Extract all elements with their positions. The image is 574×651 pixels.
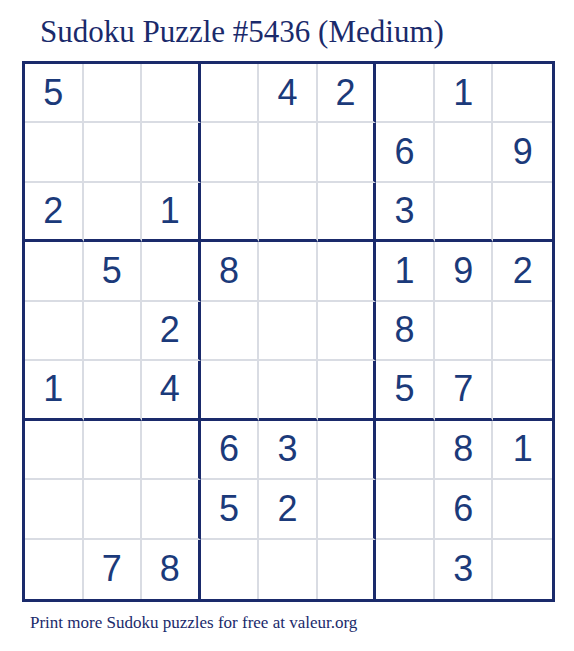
sudoku-board: 542169213581922814576381526783: [22, 61, 555, 602]
cell-r8c2[interactable]: [84, 480, 143, 539]
cell-r7c8[interactable]: 8: [435, 421, 494, 480]
cell-r4c4[interactable]: 8: [201, 242, 260, 301]
cell-r7c1[interactable]: [25, 421, 84, 480]
page-title: Sudoku Puzzle #5436 (Medium): [40, 14, 444, 50]
cell-r5c6[interactable]: [318, 302, 377, 361]
cell-r2c8[interactable]: [435, 123, 494, 182]
cell-r1c1[interactable]: 5: [25, 64, 84, 123]
cell-r5c1[interactable]: [25, 302, 84, 361]
cell-r2c4[interactable]: [201, 123, 260, 182]
cell-r6c7[interactable]: 5: [376, 361, 435, 420]
cell-r3c5[interactable]: [259, 183, 318, 242]
cell-r1c6[interactable]: 2: [318, 64, 377, 123]
cell-r3c9[interactable]: [493, 183, 552, 242]
cell-r8c9[interactable]: [493, 480, 552, 539]
cell-r5c2[interactable]: [84, 302, 143, 361]
cell-r6c8[interactable]: 7: [435, 361, 494, 420]
cell-r2c7[interactable]: 6: [376, 123, 435, 182]
footer-note: Print more Sudoku puzzles for free at va…: [30, 613, 357, 633]
cell-r8c6[interactable]: [318, 480, 377, 539]
cell-r8c7[interactable]: [376, 480, 435, 539]
cell-r7c5[interactable]: 3: [259, 421, 318, 480]
cell-r8c5[interactable]: 2: [259, 480, 318, 539]
cell-r7c3[interactable]: [142, 421, 201, 480]
cell-r6c9[interactable]: [493, 361, 552, 420]
cell-r7c2[interactable]: [84, 421, 143, 480]
cell-r5c3[interactable]: 2: [142, 302, 201, 361]
cell-r2c9[interactable]: 9: [493, 123, 552, 182]
cell-r1c8[interactable]: 1: [435, 64, 494, 123]
cell-r6c1[interactable]: 1: [25, 361, 84, 420]
cell-r7c9[interactable]: 1: [493, 421, 552, 480]
cell-r9c4[interactable]: [201, 540, 260, 599]
cell-r4c3[interactable]: [142, 242, 201, 301]
cell-r8c8[interactable]: 6: [435, 480, 494, 539]
cell-r3c7[interactable]: 3: [376, 183, 435, 242]
cell-r5c9[interactable]: [493, 302, 552, 361]
cell-r3c2[interactable]: [84, 183, 143, 242]
cell-r3c1[interactable]: 2: [25, 183, 84, 242]
cell-r9c8[interactable]: 3: [435, 540, 494, 599]
sudoku-page: Sudoku Puzzle #5436 (Medium) 54216921358…: [0, 0, 574, 651]
cell-r1c9[interactable]: [493, 64, 552, 123]
cell-r7c6[interactable]: [318, 421, 377, 480]
cell-r5c5[interactable]: [259, 302, 318, 361]
cell-r9c2[interactable]: 7: [84, 540, 143, 599]
cell-r6c6[interactable]: [318, 361, 377, 420]
cell-r3c6[interactable]: [318, 183, 377, 242]
cell-r8c4[interactable]: 5: [201, 480, 260, 539]
cell-r1c7[interactable]: [376, 64, 435, 123]
cell-r1c2[interactable]: [84, 64, 143, 123]
cell-r3c3[interactable]: 1: [142, 183, 201, 242]
cell-r1c4[interactable]: [201, 64, 260, 123]
cell-r4c6[interactable]: [318, 242, 377, 301]
cell-r8c3[interactable]: [142, 480, 201, 539]
cell-r4c5[interactable]: [259, 242, 318, 301]
cell-r1c5[interactable]: 4: [259, 64, 318, 123]
cell-r3c4[interactable]: [201, 183, 260, 242]
cell-r9c9[interactable]: [493, 540, 552, 599]
cell-r7c4[interactable]: 6: [201, 421, 260, 480]
cell-r9c1[interactable]: [25, 540, 84, 599]
cell-r9c5[interactable]: [259, 540, 318, 599]
cell-r8c1[interactable]: [25, 480, 84, 539]
cell-r7c7[interactable]: [376, 421, 435, 480]
cell-r2c6[interactable]: [318, 123, 377, 182]
cell-r6c2[interactable]: [84, 361, 143, 420]
cell-r4c7[interactable]: 1: [376, 242, 435, 301]
cell-r5c4[interactable]: [201, 302, 260, 361]
cell-r9c3[interactable]: 8: [142, 540, 201, 599]
cell-r3c8[interactable]: [435, 183, 494, 242]
cell-r6c5[interactable]: [259, 361, 318, 420]
cell-r6c4[interactable]: [201, 361, 260, 420]
cell-r2c2[interactable]: [84, 123, 143, 182]
cell-r4c8[interactable]: 9: [435, 242, 494, 301]
cell-r4c9[interactable]: 2: [493, 242, 552, 301]
cell-r5c8[interactable]: [435, 302, 494, 361]
cell-r2c1[interactable]: [25, 123, 84, 182]
cell-r1c3[interactable]: [142, 64, 201, 123]
cell-r6c3[interactable]: 4: [142, 361, 201, 420]
cell-r4c1[interactable]: [25, 242, 84, 301]
cell-r2c3[interactable]: [142, 123, 201, 182]
cell-r5c7[interactable]: 8: [376, 302, 435, 361]
cell-r9c7[interactable]: [376, 540, 435, 599]
cell-r9c6[interactable]: [318, 540, 377, 599]
cell-r2c5[interactable]: [259, 123, 318, 182]
cell-r4c2[interactable]: 5: [84, 242, 143, 301]
